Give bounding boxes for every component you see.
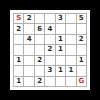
cell-r3c4[interactable] (45, 35, 54, 44)
cell-r4c2[interactable] (24, 45, 33, 54)
cell-r4c3[interactable] (35, 45, 44, 54)
cell-r3c3[interactable] (35, 35, 44, 44)
cell-r7c6[interactable] (66, 77, 75, 86)
cell-r5c6[interactable] (66, 56, 75, 65)
cell-r5c4[interactable] (45, 56, 54, 65)
cell-r7c1[interactable]: 1 (14, 77, 23, 86)
cell-r5c5[interactable] (56, 56, 65, 65)
cell-r6c5[interactable]: 1 (56, 66, 65, 75)
cell-r5c1[interactable]: 1 (14, 56, 23, 65)
cell-r2c6[interactable] (66, 24, 75, 33)
cell-r7c5[interactable] (56, 77, 65, 86)
start-cell[interactable]: S (14, 14, 23, 23)
cell-r4c1[interactable] (14, 45, 23, 54)
cell-r7c3[interactable]: 2 (35, 77, 44, 86)
cell-r5c2[interactable] (24, 56, 33, 65)
cell-r6c7[interactable] (77, 66, 86, 75)
cell-r1c6[interactable] (66, 14, 75, 23)
cell-r7c4[interactable] (45, 77, 54, 86)
cell-r7c2[interactable] (24, 77, 33, 86)
cell-r2c5[interactable] (56, 24, 65, 33)
puzzle-background: S2352644122112131112G (0, 0, 100, 100)
puzzle-card: S2352644122112131112G (10, 10, 90, 90)
cell-r5c3[interactable]: 2 (35, 56, 44, 65)
cell-r5c7[interactable]: 1 (77, 56, 86, 65)
cell-r1c3[interactable] (35, 14, 44, 23)
goal-cell[interactable]: G (77, 77, 86, 86)
cell-r3c6[interactable] (66, 35, 75, 44)
cell-r2c4[interactable]: 4 (45, 24, 54, 33)
cell-r6c6[interactable]: 1 (66, 66, 75, 75)
cell-r2c2[interactable] (24, 24, 33, 33)
cell-r6c4[interactable]: 3 (45, 66, 54, 75)
cell-r4c4[interactable]: 2 (45, 45, 54, 54)
cell-r6c2[interactable] (24, 66, 33, 75)
cell-r4c6[interactable] (66, 45, 75, 54)
cell-r2c1[interactable]: 2 (14, 24, 23, 33)
cell-r6c3[interactable] (35, 66, 44, 75)
cell-r3c2[interactable]: 4 (24, 35, 33, 44)
cell-r2c3[interactable]: 6 (35, 24, 44, 33)
maze-grid: S2352644122112131112G (13, 13, 87, 87)
cell-r1c5[interactable]: 3 (56, 14, 65, 23)
cell-r3c1[interactable] (14, 35, 23, 44)
cell-r3c5[interactable]: 1 (56, 35, 65, 44)
cell-r4c5[interactable]: 1 (56, 45, 65, 54)
cell-r1c4[interactable] (45, 14, 54, 23)
cell-r4c7[interactable] (77, 45, 86, 54)
cell-r2c7[interactable] (77, 24, 86, 33)
cell-r6c1[interactable] (14, 66, 23, 75)
cell-r1c7[interactable]: 5 (77, 14, 86, 23)
cell-r3c7[interactable]: 2 (77, 35, 86, 44)
cell-r1c2[interactable]: 2 (24, 14, 33, 23)
